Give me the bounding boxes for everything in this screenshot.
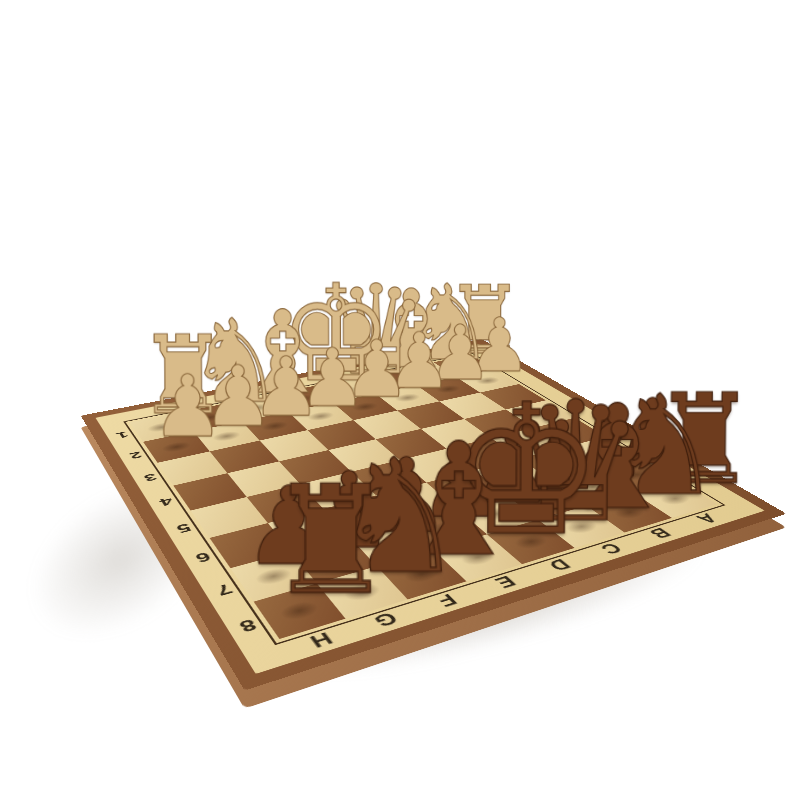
rank-label-5: 5 (173, 520, 194, 536)
rank-label-6: 6 (192, 549, 214, 566)
rank-label-3: 3 (141, 471, 159, 484)
chess-set-photo: HGFEDCBA 12345678 ♜♞♝♛♚♝♞♜♟♟♟♟♟♟♟♟♟♟♟♟♟♟… (0, 0, 800, 800)
pawn-glyph: ♟ (151, 364, 204, 449)
rank-label-4: 4 (156, 494, 176, 508)
rank-label-7: 7 (212, 580, 236, 599)
rank-label-8: 8 (235, 615, 260, 636)
rook-glyph: ♜ (267, 466, 338, 615)
rank-label-1: 1 (114, 429, 131, 440)
